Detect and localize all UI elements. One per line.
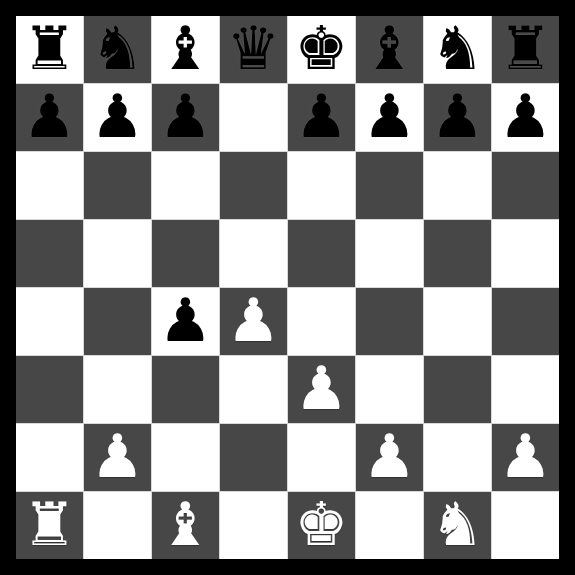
square-h2[interactable]: ♟ [492, 424, 559, 491]
chess-board: ♜♞♝♛♚♝♞♜♟♟♟♟♟♟♟♟♟♟♟♟♟♜♝♚♞ [16, 16, 559, 559]
square-h6[interactable] [492, 152, 559, 219]
square-g5[interactable] [424, 220, 491, 287]
square-c7[interactable]: ♟ [152, 84, 219, 151]
square-c4[interactable]: ♟ [152, 288, 219, 355]
square-a7[interactable]: ♟ [16, 84, 83, 151]
square-c1[interactable]: ♝ [152, 492, 219, 559]
square-e2[interactable] [288, 424, 355, 491]
square-d8[interactable]: ♛ [220, 16, 287, 83]
square-a8[interactable]: ♜ [16, 16, 83, 83]
square-h5[interactable] [492, 220, 559, 287]
square-b5[interactable] [84, 220, 151, 287]
square-g6[interactable] [424, 152, 491, 219]
square-g1[interactable]: ♞ [424, 492, 491, 559]
square-h3[interactable] [492, 356, 559, 423]
square-c5[interactable] [152, 220, 219, 287]
piece-black-king[interactable]: ♚ [295, 18, 349, 78]
square-h4[interactable] [492, 288, 559, 355]
square-g8[interactable]: ♞ [424, 16, 491, 83]
piece-black-knight[interactable]: ♞ [91, 18, 145, 78]
piece-black-pawn[interactable]: ♟ [363, 86, 417, 146]
square-g7[interactable]: ♟ [424, 84, 491, 151]
square-f6[interactable] [356, 152, 423, 219]
square-f8[interactable]: ♝ [356, 16, 423, 83]
piece-black-pawn[interactable]: ♟ [159, 290, 213, 350]
square-b6[interactable] [84, 152, 151, 219]
piece-white-rook[interactable]: ♜ [23, 494, 77, 554]
square-a3[interactable] [16, 356, 83, 423]
square-c8[interactable]: ♝ [152, 16, 219, 83]
square-a1[interactable]: ♜ [16, 492, 83, 559]
piece-black-pawn[interactable]: ♟ [159, 86, 213, 146]
piece-white-knight[interactable]: ♞ [431, 494, 485, 554]
square-g2[interactable] [424, 424, 491, 491]
square-b1[interactable] [84, 492, 151, 559]
square-c3[interactable] [152, 356, 219, 423]
square-f2[interactable]: ♟ [356, 424, 423, 491]
piece-black-rook[interactable]: ♜ [499, 18, 553, 78]
square-b2[interactable]: ♟ [84, 424, 151, 491]
square-e8[interactable]: ♚ [288, 16, 355, 83]
square-g3[interactable] [424, 356, 491, 423]
square-d1[interactable] [220, 492, 287, 559]
piece-black-pawn[interactable]: ♟ [23, 86, 77, 146]
piece-black-pawn[interactable]: ♟ [295, 86, 349, 146]
square-g4[interactable] [424, 288, 491, 355]
piece-white-pawn[interactable]: ♟ [499, 426, 553, 486]
square-f5[interactable] [356, 220, 423, 287]
piece-black-knight[interactable]: ♞ [431, 18, 485, 78]
piece-white-bishop[interactable]: ♝ [159, 494, 213, 554]
square-h7[interactable]: ♟ [492, 84, 559, 151]
square-b3[interactable] [84, 356, 151, 423]
square-b8[interactable]: ♞ [84, 16, 151, 83]
square-a6[interactable] [16, 152, 83, 219]
piece-white-king[interactable]: ♚ [295, 494, 349, 554]
square-d4[interactable]: ♟ [220, 288, 287, 355]
square-d7[interactable] [220, 84, 287, 151]
square-a5[interactable] [16, 220, 83, 287]
square-e5[interactable] [288, 220, 355, 287]
square-e3[interactable]: ♟ [288, 356, 355, 423]
square-b7[interactable]: ♟ [84, 84, 151, 151]
square-e6[interactable] [288, 152, 355, 219]
square-f4[interactable] [356, 288, 423, 355]
square-e1[interactable]: ♚ [288, 492, 355, 559]
square-h1[interactable] [492, 492, 559, 559]
piece-white-pawn[interactable]: ♟ [227, 290, 281, 350]
square-d2[interactable] [220, 424, 287, 491]
square-d3[interactable] [220, 356, 287, 423]
square-f3[interactable] [356, 356, 423, 423]
piece-black-bishop[interactable]: ♝ [159, 18, 213, 78]
square-f7[interactable]: ♟ [356, 84, 423, 151]
piece-black-pawn[interactable]: ♟ [91, 86, 145, 146]
piece-white-pawn[interactable]: ♟ [363, 426, 417, 486]
square-c6[interactable] [152, 152, 219, 219]
square-e7[interactable]: ♟ [288, 84, 355, 151]
square-a4[interactable] [16, 288, 83, 355]
square-c2[interactable] [152, 424, 219, 491]
piece-black-bishop[interactable]: ♝ [363, 18, 417, 78]
piece-black-queen[interactable]: ♛ [227, 18, 281, 78]
piece-black-pawn[interactable]: ♟ [431, 86, 485, 146]
square-f1[interactable] [356, 492, 423, 559]
piece-black-pawn[interactable]: ♟ [499, 86, 553, 146]
square-a2[interactable] [16, 424, 83, 491]
board-frame: ♜♞♝♛♚♝♞♜♟♟♟♟♟♟♟♟♟♟♟♟♟♜♝♚♞ [0, 0, 575, 575]
square-d5[interactable] [220, 220, 287, 287]
piece-white-pawn[interactable]: ♟ [91, 426, 145, 486]
square-e4[interactable] [288, 288, 355, 355]
piece-white-pawn[interactable]: ♟ [295, 358, 349, 418]
square-d6[interactable] [220, 152, 287, 219]
piece-black-rook[interactable]: ♜ [23, 18, 77, 78]
square-h8[interactable]: ♜ [492, 16, 559, 83]
square-b4[interactable] [84, 288, 151, 355]
